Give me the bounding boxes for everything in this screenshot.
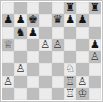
square-g4[interactable] xyxy=(76,51,88,63)
square-d3[interactable] xyxy=(39,63,51,75)
square-b6[interactable]: ♞ xyxy=(14,27,26,39)
square-d8[interactable] xyxy=(39,2,51,14)
square-g1[interactable]: ♔ xyxy=(76,88,88,100)
square-d5[interactable]: ♙ xyxy=(39,39,51,51)
white-pawn: ♙ xyxy=(40,39,50,51)
square-e2[interactable] xyxy=(52,76,64,88)
square-a5[interactable]: ♕ xyxy=(2,39,14,51)
square-c8[interactable] xyxy=(27,2,39,14)
white-knight: ♘ xyxy=(65,63,75,75)
square-c6[interactable]: ♟ xyxy=(27,27,39,39)
square-e6[interactable] xyxy=(52,27,64,39)
square-a8[interactable] xyxy=(2,2,14,14)
black-pawn: ♟ xyxy=(3,14,13,26)
black-rook: ♜ xyxy=(65,2,75,14)
square-b3[interactable]: ♙ xyxy=(14,63,26,75)
square-b4[interactable] xyxy=(14,51,26,63)
square-c2[interactable] xyxy=(27,76,39,88)
board-frame: ♜♜♟♟♚♛♟♟♞♟♕♙♙♟♙♙♘♙♖♙♖♔ xyxy=(0,0,103,102)
square-g6[interactable] xyxy=(76,27,88,39)
square-e8[interactable] xyxy=(52,2,64,14)
square-e1[interactable] xyxy=(52,88,64,100)
square-b1[interactable] xyxy=(14,88,26,100)
square-c1[interactable] xyxy=(27,88,39,100)
chess-board: ♜♜♟♟♚♛♟♟♞♟♕♙♙♟♙♙♘♙♖♙♖♔ xyxy=(2,2,101,100)
square-e3[interactable] xyxy=(52,63,64,75)
square-f3[interactable]: ♘ xyxy=(64,63,76,75)
white-pawn: ♙ xyxy=(78,76,88,88)
square-f8[interactable]: ♜ xyxy=(64,2,76,14)
square-b2[interactable] xyxy=(14,76,26,88)
black-pawn: ♟ xyxy=(65,14,75,26)
square-b5[interactable] xyxy=(14,39,26,51)
square-c7[interactable]: ♚ xyxy=(27,14,39,26)
square-d4[interactable] xyxy=(39,51,51,63)
square-d7[interactable] xyxy=(39,14,51,26)
black-queen: ♛ xyxy=(53,14,63,26)
square-g2[interactable]: ♙ xyxy=(76,76,88,88)
square-h5[interactable]: ♟ xyxy=(89,39,101,51)
white-rook: ♖ xyxy=(65,88,75,100)
square-h6[interactable] xyxy=(89,27,101,39)
square-c4[interactable] xyxy=(27,51,39,63)
black-pawn: ♟ xyxy=(16,14,26,26)
square-d2[interactable] xyxy=(39,76,51,88)
square-e5[interactable]: ♙ xyxy=(52,39,64,51)
square-h7[interactable] xyxy=(89,14,101,26)
square-f6[interactable] xyxy=(64,27,76,39)
square-b7[interactable]: ♟ xyxy=(14,14,26,26)
square-h8[interactable]: ♜ xyxy=(89,2,101,14)
white-pawn: ♙ xyxy=(16,63,26,75)
square-f1[interactable]: ♖ xyxy=(64,88,76,100)
square-d1[interactable] xyxy=(39,88,51,100)
square-a1[interactable] xyxy=(2,88,14,100)
square-d6[interactable] xyxy=(39,27,51,39)
square-f5[interactable] xyxy=(64,39,76,51)
white-pawn: ♙ xyxy=(53,39,63,51)
square-c5[interactable] xyxy=(27,39,39,51)
square-h4[interactable]: ♙ xyxy=(89,51,101,63)
black-king: ♚ xyxy=(28,14,38,26)
square-e7[interactable]: ♛ xyxy=(52,14,64,26)
square-h2[interactable] xyxy=(89,76,101,88)
square-g7[interactable]: ♟ xyxy=(76,14,88,26)
square-a3[interactable] xyxy=(2,63,14,75)
square-a4[interactable] xyxy=(2,51,14,63)
square-g8[interactable] xyxy=(76,2,88,14)
square-b8[interactable] xyxy=(14,2,26,14)
square-g3[interactable] xyxy=(76,63,88,75)
square-g5[interactable] xyxy=(76,39,88,51)
square-f4[interactable] xyxy=(64,51,76,63)
square-a7[interactable]: ♟ xyxy=(2,14,14,26)
white-pawn: ♙ xyxy=(90,51,100,63)
black-rook: ♜ xyxy=(90,2,100,14)
black-pawn: ♟ xyxy=(90,39,100,51)
square-a2[interactable]: ♙ xyxy=(2,76,14,88)
black-pawn: ♟ xyxy=(78,14,88,26)
square-f7[interactable]: ♟ xyxy=(64,14,76,26)
white-queen: ♕ xyxy=(3,39,13,51)
square-f2[interactable]: ♖ xyxy=(64,76,76,88)
square-a6[interactable] xyxy=(2,27,14,39)
black-pawn: ♟ xyxy=(28,27,38,39)
black-knight: ♞ xyxy=(16,27,26,39)
white-king: ♔ xyxy=(78,88,88,100)
white-pawn: ♙ xyxy=(3,76,13,88)
square-e4[interactable] xyxy=(52,51,64,63)
square-h3[interactable] xyxy=(89,63,101,75)
white-rook: ♖ xyxy=(65,76,75,88)
square-c3[interactable] xyxy=(27,63,39,75)
square-h1[interactable] xyxy=(89,88,101,100)
